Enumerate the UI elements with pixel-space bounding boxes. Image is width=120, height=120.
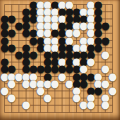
grid-lines (0, 0, 120, 120)
go-board[interactable]: ●●●●●●●●●●●●●●●●●●●●●●●●●●●●●●●●●●●●●●●●… (0, 0, 120, 120)
